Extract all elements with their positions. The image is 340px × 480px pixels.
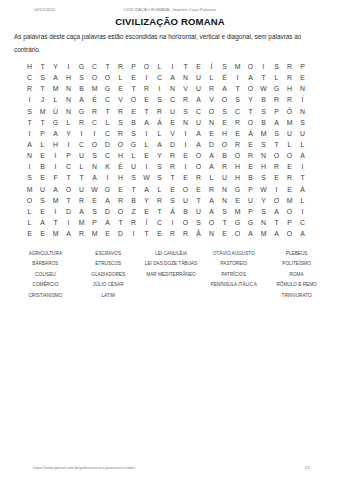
grid-cell: T [114, 217, 127, 228]
grid-cell: M [49, 195, 62, 206]
grid-cell: T [257, 72, 270, 83]
grid-cell: E [218, 117, 231, 128]
grid-cell: O [140, 61, 153, 72]
grid-cell: T [75, 172, 88, 183]
grid-cell: S [218, 106, 231, 117]
grid-cell: I [88, 128, 101, 139]
grid-cell: C [231, 106, 244, 117]
grid-cell: N [179, 117, 192, 128]
grid-cell: Á [244, 128, 257, 139]
grid-cell: D [62, 206, 75, 217]
grid-cell: O [270, 150, 283, 161]
grid-cell: A [140, 117, 153, 128]
grid-cell: M [75, 217, 88, 228]
grid-cell: R [283, 94, 296, 105]
grid-cell: M [231, 206, 244, 217]
word-list-column: AGRICULTURABÁRBAROSCOLISEUCOMÉRCIOCRISTI… [14, 249, 77, 301]
grid-cell: U [283, 128, 296, 139]
grid-cell: H [283, 83, 296, 94]
grid-cell: T [101, 106, 114, 117]
grid-cell: I [101, 172, 114, 183]
grid-cell: K [101, 161, 114, 172]
grid-cell: I [49, 206, 62, 217]
grid-cell: I [49, 150, 62, 161]
grid-cell: T [101, 61, 114, 72]
word-list-item: LEI CANULÉIA [155, 249, 187, 259]
grid-cell: B [257, 117, 270, 128]
grid-cell: L [205, 72, 218, 83]
word-list-column: ESCRAVOSETRUSCOSGLADIADORESJÚLIO CÉSARLA… [77, 249, 140, 301]
grid-cell: R [179, 94, 192, 105]
grid-cell: I [62, 61, 75, 72]
word-list-item: PASTOREIO [220, 259, 247, 269]
grid-cell: U [244, 195, 257, 206]
grid-cell: C [101, 128, 114, 139]
grid-cell: T [192, 195, 205, 206]
grid-cell: F [49, 172, 62, 183]
grid-cell: E [127, 106, 140, 117]
grid-cell: N [62, 106, 75, 117]
grid-cell: Á [166, 206, 179, 217]
grid-cell: A [205, 161, 218, 172]
grid-cell: H [231, 172, 244, 183]
grid-cell: Á [153, 117, 166, 128]
grid-cell: L [114, 72, 127, 83]
grid-cell: L [153, 128, 166, 139]
grid-cell: R [88, 106, 101, 117]
grid-cell: J [36, 94, 49, 105]
grid-cell: S [88, 206, 101, 217]
grid-cell: É [88, 94, 101, 105]
grid-cell: P [127, 61, 140, 72]
grid-cell: I [179, 161, 192, 172]
grid-cell: H [231, 161, 244, 172]
grid-cell: A [62, 228, 75, 239]
grid-cell: Y [244, 94, 257, 105]
grid-cell: O [23, 195, 36, 206]
grid-cell: O [114, 206, 127, 217]
grid-cell: O [179, 184, 192, 195]
word-list-item: GLADIADORES [91, 270, 125, 280]
grid-cell: Y [153, 150, 166, 161]
grid-cell: W [88, 184, 101, 195]
grid-cell: G [231, 217, 244, 228]
grid-cell: H [62, 72, 75, 83]
word-list-column: PLEBEUSPOLITEÍSMOROMARÔMULO E REMOTRINVU… [265, 249, 328, 301]
grid-cell: S [114, 117, 127, 128]
grid-cell: A [140, 184, 153, 195]
grid-cell: S [257, 106, 270, 117]
grid-cell: A [75, 206, 88, 217]
word-list-item: JÚLIO CÉSAR [93, 280, 124, 290]
grid-cell: P [296, 61, 309, 72]
grid-cell: I [62, 139, 75, 150]
grid-cell: I [296, 161, 309, 172]
grid-cell: A [296, 150, 309, 161]
grid-cell: V [205, 94, 218, 105]
grid-cell: A [36, 217, 49, 228]
grid-cell: T [36, 117, 49, 128]
grid-cell: L [101, 117, 114, 128]
grid-cell: N [88, 161, 101, 172]
grid-cell: N [296, 83, 309, 94]
grid-cell: H [23, 61, 36, 72]
grid-cell: T [62, 195, 75, 206]
grid-cell: E [140, 150, 153, 161]
grid-cell: W [257, 184, 270, 195]
grid-cell: E [179, 150, 192, 161]
grid-cell: R [244, 150, 257, 161]
word-list-item: CRISTIANISMO [28, 291, 62, 301]
grid-cell: T [49, 217, 62, 228]
grid-cell: S [218, 206, 231, 217]
grid-cell: N [62, 83, 75, 94]
grid-cell: É [114, 161, 127, 172]
grid-cell: C [88, 117, 101, 128]
grid-cell: R [140, 83, 153, 94]
word-list-item: TRINVURATO [282, 291, 312, 301]
grid-cell: H [218, 128, 231, 139]
grid-cell: T [127, 184, 140, 195]
grid-cell: R [231, 117, 244, 128]
word-search-grid: HTYIGCTRPOLITEÍSMOISRPCSAHSOOLEICANULÉIA… [23, 61, 309, 239]
grid-cell: A [244, 228, 257, 239]
grid-cell: M [257, 128, 270, 139]
grid-cell: B [127, 195, 140, 206]
grid-cell: I [231, 72, 244, 83]
grid-cell: L [127, 150, 140, 161]
grid-cell: R [23, 83, 36, 94]
grid-cell: I [23, 94, 36, 105]
grid-cell: B [75, 83, 88, 94]
grid-cell: T [127, 83, 140, 94]
grid-cell: L [296, 139, 309, 150]
grid-cell: E [36, 172, 49, 183]
grid-cell: I [296, 206, 309, 217]
word-list-item: MAR MEDITERRÂNEO [146, 270, 195, 280]
grid-cell: R [114, 128, 127, 139]
word-list-column: LEI CANULÉIALEI DAS DOZE TÁBUASMAR MEDIT… [140, 249, 203, 301]
grid-cell: T [140, 228, 153, 239]
grid-cell: S [23, 172, 36, 183]
grid-cell: T [62, 172, 75, 183]
grid-cell: N [23, 150, 36, 161]
grid-cell: U [75, 150, 88, 161]
word-list-column: OTÁVIO AUGUSTOPASTOREIOPATRÍCIOSPENÍNSUL… [202, 249, 265, 301]
grid-cell: M [23, 184, 36, 195]
grid-cell: P [244, 206, 257, 217]
grid-cell: A [205, 150, 218, 161]
word-list-item: PATRÍCIOS [222, 270, 247, 280]
word-list-item: ESCRAVOS [95, 249, 121, 259]
grid-cell: C [101, 94, 114, 105]
grid-cell: R [283, 172, 296, 183]
grid-cell: N [62, 94, 75, 105]
grid-cell: N [257, 150, 270, 161]
grid-cell: N [205, 228, 218, 239]
grid-cell: U [75, 184, 88, 195]
grid-cell: A [166, 72, 179, 83]
grid-cell: S [153, 94, 166, 105]
grid-cell: O [101, 72, 114, 83]
grid-cell: O [244, 61, 257, 72]
grid-cell: M [49, 228, 62, 239]
grid-cell: E [166, 184, 179, 195]
grid-cell: H [114, 150, 127, 161]
grid-cell: B [127, 117, 140, 128]
grid-cell: O [88, 139, 101, 150]
word-list-item: POLITEÍSMO [282, 259, 311, 269]
grid-cell: L [153, 61, 166, 72]
grid-cell: E [231, 195, 244, 206]
grid-cell: S [218, 61, 231, 72]
grid-cell: R [75, 117, 88, 128]
grid-cell: C [101, 150, 114, 161]
grid-cell: E [270, 172, 283, 183]
grid-cell: S [88, 150, 101, 161]
grid-cell: V [114, 94, 127, 105]
grid-cell: N [179, 72, 192, 83]
grid-cell: S [153, 161, 166, 172]
grid-cell: S [36, 72, 49, 83]
grid-cell: V [166, 128, 179, 139]
grid-cell: S [270, 128, 283, 139]
grid-cell: T [231, 83, 244, 94]
grid-cell: N [257, 217, 270, 228]
grid-cell: R [166, 228, 179, 239]
grid-cell: A [101, 195, 114, 206]
grid-cell: P [244, 184, 257, 195]
grid-cell: C [88, 61, 101, 72]
grid-cell: U [166, 106, 179, 117]
grid-cell: I [140, 161, 153, 172]
instructions: As palavras deste caça palavras estão es… [14, 31, 328, 56]
grid-cell: L [62, 117, 75, 128]
grid-cell: T [270, 139, 283, 150]
grid-cell: I [179, 128, 192, 139]
grid-cell: E [244, 139, 257, 150]
grid-cell: C [153, 72, 166, 83]
grid-cell: R [283, 61, 296, 72]
grid-cell: T [36, 83, 49, 94]
word-list-item: COLISEU [35, 270, 56, 280]
grid-cell: N [296, 106, 309, 117]
grid-cell: C [23, 72, 36, 83]
grid-cell: C [153, 217, 166, 228]
grid-cell: I [62, 217, 75, 228]
grid-cell: A [153, 139, 166, 150]
grid-cell: S [179, 106, 192, 117]
grid-cell: Í [296, 94, 309, 105]
grid-cell: O [62, 184, 75, 195]
footer: https://www.geniol.com.br/palavras/caca-… [0, 465, 340, 475]
grid-cell: D [101, 206, 114, 217]
grid-cell: N [218, 184, 231, 195]
grid-cell: W [257, 83, 270, 94]
grid-cell: T [179, 61, 192, 72]
grid-cell: E [36, 150, 49, 161]
grid-cell: E [114, 83, 127, 94]
grid-cell: U [192, 83, 205, 94]
grid-cell: O [205, 217, 218, 228]
grid-cell: O [270, 195, 283, 206]
grid-cell: U [192, 117, 205, 128]
grid-cell: I [166, 61, 179, 72]
grid-cell: S [153, 172, 166, 183]
grid-cell: R [205, 184, 218, 195]
grid-cell: W [140, 172, 153, 183]
grid-cell: R [231, 139, 244, 150]
grid-cell: L [23, 206, 36, 217]
grid-cell: U [192, 206, 205, 217]
grid-cell: R [153, 195, 166, 206]
grid-cell: A [88, 172, 101, 183]
grid-cell: I [166, 217, 179, 228]
grid-cell: M [88, 228, 101, 239]
grid-cell: L [270, 72, 283, 83]
grid-cell: B [244, 172, 257, 183]
grid-cell: G [127, 139, 140, 150]
grid-cell: E [114, 184, 127, 195]
grid-cell: O [179, 217, 192, 228]
grid-cell: O [283, 206, 296, 217]
grid-cell: E [153, 228, 166, 239]
grid-cell: E [192, 61, 205, 72]
grid-cell: E [101, 228, 114, 239]
grid-cell: L [36, 139, 49, 150]
grid-cell: G [101, 184, 114, 195]
grid-cell: C [62, 161, 75, 172]
grid-cell: L [296, 195, 309, 206]
word-list-item: BÁRBAROS [32, 259, 58, 269]
grid-cell: R [75, 195, 88, 206]
word-list-item: OTÁVIO AUGUSTO [213, 249, 255, 259]
grid-cell: D [166, 139, 179, 150]
grid-cell: M [283, 195, 296, 206]
grid-cell: S [127, 172, 140, 183]
grid-cell: M [283, 117, 296, 128]
grid-cell: S [257, 206, 270, 217]
grid-cell: I [179, 139, 192, 150]
grid-cell: P [283, 217, 296, 228]
grid-cell: S [127, 128, 140, 139]
grid-cell: E [127, 72, 140, 83]
grid-cell: A [270, 117, 283, 128]
grid-cell: A [205, 206, 218, 217]
grid-cell: C [166, 94, 179, 105]
grid-cell: A [101, 217, 114, 228]
grid-cell: Y [49, 61, 62, 72]
grid-cell: R [114, 195, 127, 206]
grid-cell: R [205, 83, 218, 94]
grid-cell: I [140, 72, 153, 83]
grid-cell: G [75, 61, 88, 72]
footer-url: https://www.geniol.com.br/palavras/caca-… [33, 465, 135, 470]
grid-cell: O [192, 150, 205, 161]
grid-cell: E [36, 206, 49, 217]
grid-cell: A [49, 128, 62, 139]
grid-cell: E [166, 117, 179, 128]
grid-cell: T [153, 206, 166, 217]
grid-cell: A [192, 128, 205, 139]
grid-cell: T [296, 172, 309, 183]
grid-cell: M [36, 106, 49, 117]
grid-cell: G [49, 117, 62, 128]
grid-cell: C [192, 106, 205, 117]
grid-cell: U [179, 195, 192, 206]
word-list-item: COMÉRCIO [33, 280, 59, 290]
grid-cell: Í [140, 217, 153, 228]
grid-cell: R [179, 228, 192, 239]
grid-cell: T [218, 217, 231, 228]
grid-cell: R [75, 228, 88, 239]
grid-cell: E [192, 184, 205, 195]
grid-cell: O [231, 228, 244, 239]
grid-cell: I [75, 128, 88, 139]
word-list-item: LATIM [101, 291, 114, 301]
grid-cell: A [270, 206, 283, 217]
grid-cell: A [244, 72, 257, 83]
grid-cell: B [179, 206, 192, 217]
grid-cell: M [257, 228, 270, 239]
grid-cell: A [49, 72, 62, 83]
grid-cell: Á [296, 184, 309, 195]
grid-cell: E [140, 206, 153, 217]
grid-cell: V [179, 83, 192, 94]
grid-cell: O [244, 83, 257, 94]
grid-cell: L [140, 139, 153, 150]
grid-cell: R [114, 106, 127, 117]
grid-cell: O [231, 150, 244, 161]
grid-cell: T [166, 172, 179, 183]
grid-cell: S [270, 61, 283, 72]
grid-cell: C [75, 139, 88, 150]
grid-cell: G [244, 217, 257, 228]
grid-cell: G [231, 184, 244, 195]
grid-cell: O [218, 139, 231, 150]
grid-cell: M [88, 83, 101, 94]
grid-cell: O [205, 106, 218, 117]
grid-cell: L [75, 161, 88, 172]
grid-cell: Í [205, 61, 218, 72]
grid-cell: D [101, 139, 114, 150]
grid-cell: M [231, 61, 244, 72]
grid-cell: Y [140, 195, 153, 206]
grid-cell: M [49, 83, 62, 94]
grid-cell: A [49, 184, 62, 195]
grid-cell: R [127, 217, 140, 228]
word-list-item: PENÍNSULA ITÁLIC A [211, 280, 257, 290]
grid-cell: U [127, 161, 140, 172]
grid-cell: S [75, 72, 88, 83]
grid-cell: G [75, 106, 88, 117]
grid-cell: Ô [283, 106, 296, 117]
grid-cell: A [192, 139, 205, 150]
grid-cell: L [23, 217, 36, 228]
grid-cell: S [257, 172, 270, 183]
grid-cell: N [218, 195, 231, 206]
grid-cell: H [49, 139, 62, 150]
grid-cell: T [140, 106, 153, 117]
grid-cell: S [231, 94, 244, 105]
grid-cell: E [23, 228, 36, 239]
grid-cell: P [62, 150, 75, 161]
word-list-item: AGRICULTURA [29, 249, 62, 259]
grid-cell: E [36, 228, 49, 239]
grid-cell: I [23, 161, 36, 172]
grid-cell: G [101, 83, 114, 94]
grid-cell: E [140, 94, 153, 105]
